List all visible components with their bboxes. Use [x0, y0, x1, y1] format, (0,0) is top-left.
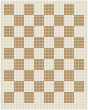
checkerboard [4, 4, 84, 103]
board-square-r2c6[interactable] [54, 15, 64, 26]
rug-margin [1, 1, 87, 109]
board-square-r6c8[interactable] [74, 59, 84, 70]
board-square-r5c2[interactable] [14, 48, 24, 59]
board-square-r1c2[interactable] [14, 4, 24, 15]
board-square-r7c2[interactable] [14, 70, 24, 81]
board-square-r2c4[interactable] [34, 15, 44, 26]
board-square-r6c2[interactable] [14, 59, 24, 70]
board-image [0, 0, 88, 110]
board-square-r8c2[interactable] [14, 81, 24, 92]
board-square-r7c3[interactable] [24, 70, 34, 81]
board-square-r9c2[interactable] [14, 92, 24, 103]
board-square-r9c4[interactable] [34, 92, 44, 103]
board-square-r6c4[interactable] [34, 59, 44, 70]
board-square-r7c7[interactable] [64, 70, 74, 81]
board-square-r6c1[interactable] [4, 59, 14, 70]
board-square-r5c1[interactable] [4, 48, 14, 59]
board-square-r1c4[interactable] [34, 4, 44, 15]
board-square-r1c3[interactable] [24, 4, 34, 15]
board-square-r7c1[interactable] [4, 70, 14, 81]
board-square-r2c2[interactable] [14, 15, 24, 26]
board-square-r8c8[interactable] [74, 81, 84, 92]
board-square-r3c2[interactable] [14, 26, 24, 37]
board-square-r9c1[interactable] [4, 92, 14, 103]
board-square-r8c4[interactable] [34, 81, 44, 92]
board-square-r4c5[interactable] [44, 37, 54, 48]
board-square-r3c7[interactable] [64, 26, 74, 37]
board-square-r8c6[interactable] [54, 81, 64, 92]
board-square-r4c3[interactable] [24, 37, 34, 48]
board-square-r4c4[interactable] [34, 37, 44, 48]
board-square-r4c1[interactable] [4, 37, 14, 48]
board-square-r6c3[interactable] [24, 59, 34, 70]
board-square-r6c7[interactable] [64, 59, 74, 70]
board-square-r7c5[interactable] [44, 70, 54, 81]
board-square-r8c3[interactable] [24, 81, 34, 92]
board-square-r9c8[interactable] [74, 92, 84, 103]
board-square-r5c4[interactable] [34, 48, 44, 59]
board-square-r2c7[interactable] [64, 15, 74, 26]
board-square-r3c5[interactable] [44, 26, 54, 37]
board-square-r5c7[interactable] [64, 48, 74, 59]
board-square-r2c3[interactable] [24, 15, 34, 26]
board-square-r1c6[interactable] [54, 4, 64, 15]
board-square-r9c7[interactable] [64, 92, 74, 103]
board-square-r2c5[interactable] [44, 15, 54, 26]
board-square-r5c6[interactable] [54, 48, 64, 59]
board-square-r6c6[interactable] [54, 59, 64, 70]
board-square-r8c1[interactable] [4, 81, 14, 92]
board-square-r4c2[interactable] [14, 37, 24, 48]
board-square-r7c4[interactable] [34, 70, 44, 81]
board-square-r4c6[interactable] [54, 37, 64, 48]
board-square-r1c1[interactable] [4, 4, 14, 15]
board-square-r6c5[interactable] [44, 59, 54, 70]
board-square-r9c5[interactable] [44, 92, 54, 103]
board-square-r7c8[interactable] [74, 70, 84, 81]
board-square-r9c3[interactable] [24, 92, 34, 103]
board-square-r1c8[interactable] [74, 4, 84, 15]
board-square-r1c7[interactable] [64, 4, 74, 15]
board-square-r3c3[interactable] [24, 26, 34, 37]
board-square-r2c8[interactable] [74, 15, 84, 26]
board-square-r3c8[interactable] [74, 26, 84, 37]
board-square-r8c7[interactable] [64, 81, 74, 92]
board-square-r5c8[interactable] [74, 48, 84, 59]
board-square-r8c5[interactable] [44, 81, 54, 92]
board-square-r1c5[interactable] [44, 4, 54, 15]
board-square-r4c7[interactable] [64, 37, 74, 48]
board-square-r3c1[interactable] [4, 26, 14, 37]
board-square-r3c4[interactable] [34, 26, 44, 37]
board-square-r4c8[interactable] [74, 37, 84, 48]
board-square-r9c6[interactable] [54, 92, 64, 103]
board-square-r7c6[interactable] [54, 70, 64, 81]
board-square-r3c6[interactable] [54, 26, 64, 37]
board-square-r2c1[interactable] [4, 15, 14, 26]
board-square-r5c3[interactable] [24, 48, 34, 59]
board-square-r5c5[interactable] [44, 48, 54, 59]
